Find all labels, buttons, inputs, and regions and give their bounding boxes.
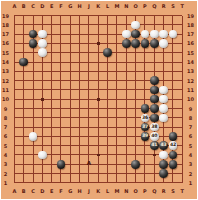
intersection-l8[interactable] (103, 113, 112, 122)
intersection-c17[interactable] (28, 29, 37, 38)
intersection-o13[interactable] (131, 67, 140, 76)
intersection-m10[interactable] (112, 95, 121, 104)
intersection-e19[interactable] (47, 11, 56, 20)
intersection-p14[interactable] (140, 57, 149, 66)
intersection-o6[interactable] (131, 132, 140, 141)
intersection-j5[interactable] (84, 141, 93, 150)
intersection-h18[interactable] (75, 20, 84, 29)
intersection-q13[interactable] (150, 67, 159, 76)
intersection-o11[interactable] (131, 85, 140, 94)
intersection-f17[interactable] (56, 29, 65, 38)
intersection-k3[interactable] (94, 160, 103, 169)
intersection-p1[interactable] (140, 178, 149, 187)
intersection-c16[interactable] (28, 39, 37, 48)
intersection-o3[interactable] (131, 160, 140, 169)
intersection-q19[interactable] (150, 11, 159, 20)
intersection-r19[interactable] (159, 11, 168, 20)
intersection-b9[interactable] (19, 104, 28, 113)
intersection-j13[interactable] (84, 67, 93, 76)
intersection-s1[interactable] (168, 178, 177, 187)
intersection-s11[interactable] (168, 85, 177, 94)
intersection-n5[interactable] (122, 141, 131, 150)
intersection-l3[interactable] (103, 160, 112, 169)
intersection-e7[interactable] (47, 122, 56, 131)
intersection-p16[interactable] (140, 39, 149, 48)
intersection-f3[interactable] (56, 160, 65, 169)
intersection-j15[interactable] (84, 48, 93, 57)
intersection-l15[interactable] (103, 48, 112, 57)
intersection-f5[interactable] (56, 141, 65, 150)
intersection-r3[interactable] (159, 160, 168, 169)
intersection-g8[interactable] (66, 113, 75, 122)
intersection-n8[interactable] (122, 113, 131, 122)
intersection-e6[interactable] (47, 132, 56, 141)
intersection-a13[interactable] (10, 67, 19, 76)
intersection-a15[interactable] (10, 48, 19, 57)
intersection-e10[interactable] (47, 95, 56, 104)
intersection-j4[interactable] (84, 150, 93, 159)
intersection-n19[interactable] (122, 11, 131, 20)
intersection-b17[interactable] (19, 29, 28, 38)
intersection-d5[interactable] (38, 141, 47, 150)
intersection-k14[interactable] (94, 57, 103, 66)
intersection-c8[interactable] (28, 113, 37, 122)
intersection-k16[interactable] (94, 39, 103, 48)
intersection-n1[interactable] (122, 178, 131, 187)
intersection-s3[interactable] (168, 160, 177, 169)
intersection-e15[interactable] (47, 48, 56, 57)
intersection-n4[interactable] (122, 150, 131, 159)
intersection-o19[interactable] (131, 11, 140, 20)
intersection-f6[interactable] (56, 132, 65, 141)
intersection-g6[interactable] (66, 132, 75, 141)
intersection-l7[interactable] (103, 122, 112, 131)
intersection-l4[interactable] (103, 150, 112, 159)
intersection-m7[interactable] (112, 122, 121, 131)
intersection-p6[interactable]: 39 (140, 132, 149, 141)
intersection-b4[interactable] (19, 150, 28, 159)
intersection-o14[interactable] (131, 57, 140, 66)
intersection-d10[interactable] (38, 95, 47, 104)
intersection-l18[interactable] (103, 20, 112, 29)
intersection-j1[interactable] (84, 178, 93, 187)
intersection-d15[interactable] (38, 48, 47, 57)
intersection-n6[interactable] (122, 132, 131, 141)
intersection-g2[interactable] (66, 169, 75, 178)
intersection-h14[interactable] (75, 57, 84, 66)
intersection-m15[interactable] (112, 48, 121, 57)
intersection-k19[interactable] (94, 11, 103, 20)
intersection-q9[interactable] (150, 104, 159, 113)
intersection-k4[interactable] (94, 150, 103, 159)
intersection-n17[interactable] (122, 29, 131, 38)
intersection-b5[interactable] (19, 141, 28, 150)
intersection-e12[interactable] (47, 76, 56, 85)
intersection-c5[interactable] (28, 141, 37, 150)
intersection-f4[interactable] (56, 150, 65, 159)
intersection-o4[interactable] (131, 150, 140, 159)
intersection-c15[interactable] (28, 48, 37, 57)
intersection-o8[interactable] (131, 113, 140, 122)
intersection-s17[interactable] (168, 29, 177, 38)
intersection-d18[interactable] (38, 20, 47, 29)
intersection-b19[interactable] (19, 11, 28, 20)
intersection-l5[interactable] (103, 141, 112, 150)
intersection-l17[interactable] (103, 29, 112, 38)
intersection-a8[interactable] (10, 113, 19, 122)
intersection-a12[interactable] (10, 76, 19, 85)
intersection-c12[interactable] (28, 76, 37, 85)
intersection-p11[interactable] (140, 85, 149, 94)
intersection-l13[interactable] (103, 67, 112, 76)
intersection-g11[interactable] (66, 85, 75, 94)
intersection-l10[interactable] (103, 95, 112, 104)
intersection-r16[interactable] (159, 39, 168, 48)
intersection-c9[interactable] (28, 104, 37, 113)
intersection-j12[interactable] (84, 76, 93, 85)
intersection-e9[interactable] (47, 104, 56, 113)
intersection-r15[interactable] (159, 48, 168, 57)
intersection-l11[interactable] (103, 85, 112, 94)
intersection-s4[interactable] (168, 150, 177, 159)
intersection-h3[interactable] (75, 160, 84, 169)
intersection-m13[interactable] (112, 67, 121, 76)
intersection-r5[interactable]: 43 (159, 141, 168, 150)
intersection-s6[interactable] (168, 132, 177, 141)
intersection-n12[interactable] (122, 76, 131, 85)
intersection-a4[interactable] (10, 150, 19, 159)
intersection-d2[interactable] (38, 169, 47, 178)
intersection-m8[interactable] (112, 113, 121, 122)
intersection-b2[interactable] (19, 169, 28, 178)
intersection-o2[interactable] (131, 169, 140, 178)
intersection-q17[interactable] (150, 29, 159, 38)
intersection-f9[interactable] (56, 104, 65, 113)
intersection-f16[interactable] (56, 39, 65, 48)
intersection-q12[interactable] (150, 76, 159, 85)
intersection-j19[interactable] (84, 11, 93, 20)
intersection-g9[interactable] (66, 104, 75, 113)
intersection-k18[interactable] (94, 20, 103, 29)
intersection-h16[interactable] (75, 39, 84, 48)
intersection-q14[interactable] (150, 57, 159, 66)
intersection-f13[interactable] (56, 67, 65, 76)
intersection-h15[interactable] (75, 48, 84, 57)
intersection-c7[interactable] (28, 122, 37, 131)
intersection-a11[interactable] (10, 85, 19, 94)
intersection-k9[interactable] (94, 104, 103, 113)
intersection-r7[interactable] (159, 122, 168, 131)
intersection-k2[interactable] (94, 169, 103, 178)
intersection-n7[interactable] (122, 122, 131, 131)
intersection-h7[interactable] (75, 122, 84, 131)
intersection-g12[interactable] (66, 76, 75, 85)
intersection-j7[interactable] (84, 122, 93, 131)
intersection-k10[interactable] (94, 95, 103, 104)
intersection-f11[interactable] (56, 85, 65, 94)
intersection-p9[interactable] (140, 104, 149, 113)
intersection-d14[interactable] (38, 57, 47, 66)
intersection-s15[interactable] (168, 48, 177, 57)
intersection-p5[interactable] (140, 141, 149, 150)
intersection-l16[interactable] (103, 39, 112, 48)
intersection-p18[interactable] (140, 20, 149, 29)
intersection-b3[interactable] (19, 160, 28, 169)
intersection-a6[interactable] (10, 132, 19, 141)
intersection-m16[interactable] (112, 39, 121, 48)
intersection-h9[interactable] (75, 104, 84, 113)
intersection-d6[interactable] (38, 132, 47, 141)
intersection-c4[interactable] (28, 150, 37, 159)
intersection-a7[interactable] (10, 122, 19, 131)
intersection-p15[interactable] (140, 48, 149, 57)
intersection-r10[interactable] (159, 95, 168, 104)
intersection-h5[interactable] (75, 141, 84, 150)
intersection-b18[interactable] (19, 20, 28, 29)
intersection-l19[interactable] (103, 11, 112, 20)
intersection-n14[interactable] (122, 57, 131, 66)
intersection-r4[interactable] (159, 150, 168, 159)
intersection-j16[interactable] (84, 39, 93, 48)
intersection-b13[interactable] (19, 67, 28, 76)
intersection-m1[interactable] (112, 178, 121, 187)
intersection-a2[interactable] (10, 169, 19, 178)
intersection-n10[interactable] (122, 95, 131, 104)
intersection-k15[interactable] (94, 48, 103, 57)
intersection-k17[interactable] (94, 29, 103, 38)
intersection-q5[interactable]: 41 (150, 141, 159, 150)
intersection-m18[interactable] (112, 20, 121, 29)
intersection-a1[interactable] (10, 178, 19, 187)
intersection-p10[interactable] (140, 95, 149, 104)
intersection-a17[interactable] (10, 29, 19, 38)
intersection-e16[interactable] (47, 39, 56, 48)
intersection-l12[interactable] (103, 76, 112, 85)
intersection-e11[interactable] (47, 85, 56, 94)
intersection-l14[interactable] (103, 57, 112, 66)
intersection-k13[interactable] (94, 67, 103, 76)
intersection-m12[interactable] (112, 76, 121, 85)
intersection-m2[interactable] (112, 169, 121, 178)
intersection-j11[interactable] (84, 85, 93, 94)
intersection-d7[interactable] (38, 122, 47, 131)
intersection-e1[interactable] (47, 178, 56, 187)
intersection-p17[interactable] (140, 29, 149, 38)
intersection-f18[interactable] (56, 20, 65, 29)
intersection-m19[interactable] (112, 11, 121, 20)
intersection-h6[interactable] (75, 132, 84, 141)
intersection-q1[interactable] (150, 178, 159, 187)
intersection-f15[interactable] (56, 48, 65, 57)
intersection-f19[interactable] (56, 11, 65, 20)
intersection-c10[interactable] (28, 95, 37, 104)
intersection-s10[interactable] (168, 95, 177, 104)
intersection-n3[interactable] (122, 160, 131, 169)
intersection-n11[interactable] (122, 85, 131, 94)
intersection-m14[interactable] (112, 57, 121, 66)
intersection-s2[interactable] (168, 169, 177, 178)
intersection-j18[interactable] (84, 20, 93, 29)
intersection-d8[interactable] (38, 113, 47, 122)
intersection-c2[interactable] (28, 169, 37, 178)
intersection-r2[interactable] (159, 169, 168, 178)
intersection-s16[interactable] (168, 39, 177, 48)
intersection-d13[interactable] (38, 67, 47, 76)
intersection-s8[interactable] (168, 113, 177, 122)
intersection-l9[interactable] (103, 104, 112, 113)
intersection-n9[interactable] (122, 104, 131, 113)
intersection-m3[interactable] (112, 160, 121, 169)
intersection-p19[interactable] (140, 11, 149, 20)
intersection-o12[interactable] (131, 76, 140, 85)
intersection-c6[interactable] (28, 132, 37, 141)
intersection-m4[interactable] (112, 150, 121, 159)
intersection-n13[interactable] (122, 67, 131, 76)
intersection-e14[interactable] (47, 57, 56, 66)
intersection-m11[interactable] (112, 85, 121, 94)
intersection-c1[interactable] (28, 178, 37, 187)
intersection-k12[interactable] (94, 76, 103, 85)
intersection-r1[interactable] (159, 178, 168, 187)
intersection-j6[interactable] (84, 132, 93, 141)
intersection-c19[interactable] (28, 11, 37, 20)
intersection-s18[interactable] (168, 20, 177, 29)
intersection-j10[interactable] (84, 95, 93, 104)
intersection-h12[interactable] (75, 76, 84, 85)
intersection-b16[interactable] (19, 39, 28, 48)
intersection-g17[interactable] (66, 29, 75, 38)
intersection-q6[interactable]: 40 (150, 132, 159, 141)
intersection-s14[interactable] (168, 57, 177, 66)
intersection-h17[interactable] (75, 29, 84, 38)
intersection-r12[interactable] (159, 76, 168, 85)
intersection-j17[interactable] (84, 29, 93, 38)
intersection-g18[interactable] (66, 20, 75, 29)
intersection-k5[interactable] (94, 141, 103, 150)
intersection-g10[interactable] (66, 95, 75, 104)
intersection-s12[interactable] (168, 76, 177, 85)
intersection-d12[interactable] (38, 76, 47, 85)
intersection-q7[interactable]: 38 (150, 122, 159, 131)
intersection-h8[interactable] (75, 113, 84, 122)
intersection-d11[interactable] (38, 85, 47, 94)
intersection-d19[interactable] (38, 11, 47, 20)
intersection-e8[interactable] (47, 113, 56, 122)
intersection-o18[interactable] (131, 20, 140, 29)
intersection-r6[interactable] (159, 132, 168, 141)
intersection-g3[interactable] (66, 160, 75, 169)
intersection-d1[interactable] (38, 178, 47, 187)
intersection-s9[interactable] (168, 104, 177, 113)
intersection-e4[interactable] (47, 150, 56, 159)
intersection-n2[interactable] (122, 169, 131, 178)
intersection-n16[interactable] (122, 39, 131, 48)
intersection-b8[interactable] (19, 113, 28, 122)
intersection-r14[interactable] (159, 57, 168, 66)
intersection-g16[interactable] (66, 39, 75, 48)
intersection-p4[interactable] (140, 150, 149, 159)
intersection-r18[interactable] (159, 20, 168, 29)
intersection-b15[interactable] (19, 48, 28, 57)
intersection-j9[interactable] (84, 104, 93, 113)
intersection-j14[interactable] (84, 57, 93, 66)
intersection-c13[interactable] (28, 67, 37, 76)
intersection-m17[interactable] (112, 29, 121, 38)
intersection-q3[interactable] (150, 160, 159, 169)
intersection-m5[interactable] (112, 141, 121, 150)
intersection-e3[interactable] (47, 160, 56, 169)
intersection-g19[interactable] (66, 11, 75, 20)
intersection-d4[interactable] (38, 150, 47, 159)
intersection-r8[interactable] (159, 113, 168, 122)
intersection-p8[interactable]: 36 (140, 113, 149, 122)
intersection-f14[interactable] (56, 57, 65, 66)
intersection-l6[interactable] (103, 132, 112, 141)
intersection-k7[interactable] (94, 122, 103, 131)
intersection-o16[interactable] (131, 39, 140, 48)
intersection-l2[interactable] (103, 169, 112, 178)
intersection-a18[interactable] (10, 20, 19, 29)
intersection-r17[interactable] (159, 29, 168, 38)
intersection-b1[interactable] (19, 178, 28, 187)
intersection-q8[interactable] (150, 113, 159, 122)
intersection-r9[interactable] (159, 104, 168, 113)
intersection-b7[interactable] (19, 122, 28, 131)
intersection-k1[interactable] (94, 178, 103, 187)
intersection-o5[interactable] (131, 141, 140, 150)
intersection-q18[interactable] (150, 20, 159, 29)
intersection-g7[interactable] (66, 122, 75, 131)
intersection-a19[interactable] (10, 11, 19, 20)
intersection-o10[interactable] (131, 95, 140, 104)
intersection-o1[interactable] (131, 178, 140, 187)
intersection-e18[interactable] (47, 20, 56, 29)
intersection-f7[interactable] (56, 122, 65, 131)
intersection-j3[interactable]: A (84, 160, 93, 169)
intersection-k8[interactable] (94, 113, 103, 122)
intersection-o15[interactable] (131, 48, 140, 57)
intersection-p13[interactable] (140, 67, 149, 76)
intersection-s5[interactable]: 42 (168, 141, 177, 150)
intersection-b12[interactable] (19, 76, 28, 85)
intersection-c18[interactable] (28, 20, 37, 29)
intersection-m9[interactable] (112, 104, 121, 113)
intersection-q11[interactable] (150, 85, 159, 94)
intersection-a10[interactable] (10, 95, 19, 104)
intersection-s13[interactable] (168, 67, 177, 76)
intersection-d9[interactable] (38, 104, 47, 113)
intersection-m6[interactable] (112, 132, 121, 141)
intersection-h10[interactable] (75, 95, 84, 104)
intersection-g14[interactable] (66, 57, 75, 66)
intersection-p12[interactable] (140, 76, 149, 85)
intersection-o9[interactable] (131, 104, 140, 113)
intersection-a9[interactable] (10, 104, 19, 113)
intersection-s19[interactable] (168, 11, 177, 20)
intersection-q10[interactable] (150, 95, 159, 104)
intersection-a14[interactable] (10, 57, 19, 66)
intersection-h19[interactable] (75, 11, 84, 20)
intersection-q16[interactable] (150, 39, 159, 48)
intersection-e17[interactable] (47, 29, 56, 38)
intersection-g1[interactable] (66, 178, 75, 187)
intersection-p3[interactable] (140, 160, 149, 169)
intersection-h4[interactable] (75, 150, 84, 159)
intersection-d17[interactable] (38, 29, 47, 38)
intersection-b11[interactable] (19, 85, 28, 94)
intersection-q2[interactable] (150, 169, 159, 178)
intersection-f1[interactable] (56, 178, 65, 187)
